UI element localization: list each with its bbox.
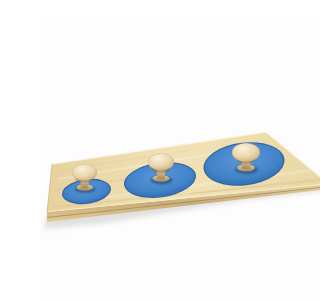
knob-large bbox=[232, 143, 260, 174]
knob-head bbox=[148, 153, 174, 170]
knob-small bbox=[72, 164, 97, 193]
knob-head bbox=[72, 164, 97, 181]
product-photo bbox=[40, 16, 320, 300]
puzzle-photo-canvas bbox=[40, 16, 320, 300]
knob-head bbox=[232, 143, 260, 162]
knob-medium bbox=[148, 153, 174, 184]
